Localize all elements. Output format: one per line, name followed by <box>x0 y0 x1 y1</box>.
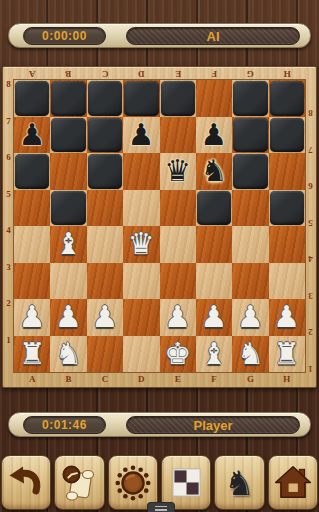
square-d1[interactable] <box>123 336 159 373</box>
square-b5[interactable] <box>50 190 86 227</box>
square-h4[interactable] <box>269 226 305 263</box>
square-c3[interactable] <box>87 263 123 300</box>
square-e5[interactable] <box>160 190 196 227</box>
square-c5[interactable] <box>87 190 123 227</box>
dark-overlay-block <box>270 191 304 226</box>
square-e1[interactable]: ♚ <box>160 336 196 373</box>
square-h2[interactable]: ♟ <box>269 299 305 336</box>
square-f3[interactable] <box>196 263 232 300</box>
coord-label: 4 <box>3 226 14 263</box>
coord-label: D <box>123 69 159 78</box>
ai-name-plate: AI <box>126 27 300 45</box>
square-a7[interactable]: ♟ <box>14 117 50 154</box>
square-d7[interactable]: ♟ <box>123 117 159 154</box>
dark-overlay-block <box>124 81 158 116</box>
white-pawn: ♟ <box>160 299 196 336</box>
dark-overlay-block <box>233 118 267 153</box>
white-pawn: ♟ <box>232 299 268 336</box>
square-d6[interactable] <box>123 153 159 190</box>
black-pawn: ♟ <box>123 117 159 154</box>
coord-label: 7 <box>305 117 316 154</box>
square-g8[interactable] <box>232 80 268 117</box>
square-f7[interactable]: ♟ <box>196 117 232 154</box>
coord-label: A <box>14 69 50 78</box>
square-e6[interactable]: ♛ <box>160 153 196 190</box>
coord-label: 2 <box>305 299 316 336</box>
square-d8[interactable] <box>123 80 159 117</box>
scroll-clock-icon <box>58 461 100 505</box>
square-e2[interactable]: ♟ <box>160 299 196 336</box>
ai-clock-value: 0:00:00 <box>42 29 87 43</box>
coord-label: G <box>232 375 268 384</box>
coord-label: 1 <box>305 336 316 373</box>
player-clock-value: 0:01:46 <box>42 418 87 432</box>
white-pawn: ♟ <box>87 299 123 336</box>
bottom-info-bar: 0:01:46 Player <box>8 412 311 437</box>
dark-overlay-block <box>88 81 122 116</box>
square-d3[interactable] <box>123 263 159 300</box>
move-history-button[interactable] <box>54 455 104 510</box>
white-rook: ♜ <box>14 336 50 373</box>
coord-label: E <box>160 69 196 78</box>
coord-label: 4 <box>305 226 316 263</box>
square-h5[interactable] <box>269 190 305 227</box>
square-c2[interactable]: ♟ <box>87 299 123 336</box>
square-d2[interactable] <box>123 299 159 336</box>
white-pawn: ♟ <box>269 299 305 336</box>
square-e3[interactable] <box>160 263 196 300</box>
square-a2[interactable]: ♟ <box>14 299 50 336</box>
white-queen: ♛ <box>123 226 159 263</box>
coord-label: 3 <box>305 263 316 300</box>
coord-label: F <box>196 375 232 384</box>
coord-label: A <box>14 375 50 384</box>
square-f2[interactable]: ♟ <box>196 299 232 336</box>
white-bishop: ♝ <box>196 336 232 373</box>
coord-label: 2 <box>3 299 14 336</box>
coord-label: E <box>160 375 196 384</box>
square-h7[interactable] <box>269 117 305 154</box>
dark-overlay-block <box>161 81 195 116</box>
chess-board: ABCDEFGH 87654321 ♟♟♟♛♞♝♛♟♟♟♟♟♟♟♜♞♚♝♞♜ 8… <box>2 66 317 388</box>
square-a8[interactable] <box>14 80 50 117</box>
home-icon <box>272 461 314 505</box>
wooden-wheel-icon <box>112 462 154 504</box>
checkerboard-icon <box>165 462 207 504</box>
rank-labels-left: 87654321 <box>3 80 14 372</box>
square-d5[interactable] <box>123 190 159 227</box>
toolbar-drag-handle[interactable] <box>147 502 175 512</box>
white-knight: ♞ <box>232 336 268 373</box>
square-f8[interactable] <box>196 80 232 117</box>
undo-arrow-icon <box>6 462 46 504</box>
home-button[interactable] <box>268 455 318 510</box>
square-g5[interactable] <box>232 190 268 227</box>
square-b4[interactable]: ♝ <box>50 226 86 263</box>
player-clock: 0:01:46 <box>23 416 106 434</box>
square-c7[interactable] <box>87 117 123 154</box>
white-king: ♚ <box>160 336 196 373</box>
square-b8[interactable] <box>50 80 86 117</box>
square-c1[interactable] <box>87 336 123 373</box>
coord-label: 7 <box>3 117 14 154</box>
coord-label: 6 <box>305 153 316 190</box>
square-b1[interactable]: ♞ <box>50 336 86 373</box>
white-bishop: ♝ <box>50 226 86 263</box>
coord-label: 6 <box>3 153 14 190</box>
undo-button[interactable] <box>1 455 51 510</box>
black-knight: ♞ <box>196 153 232 190</box>
square-b6[interactable] <box>50 153 86 190</box>
ai-name-label: AI <box>207 29 220 44</box>
black-queen: ♛ <box>160 153 196 190</box>
dark-overlay-block <box>197 191 231 226</box>
coord-label: B <box>50 375 86 384</box>
dark-overlay-block <box>51 81 85 116</box>
square-e7[interactable] <box>160 117 196 154</box>
board-grid: ♟♟♟♛♞♝♛♟♟♟♟♟♟♟♜♞♚♝♞♜ <box>14 80 305 372</box>
square-c6[interactable] <box>87 153 123 190</box>
square-h3[interactable] <box>269 263 305 300</box>
square-d4[interactable]: ♛ <box>123 226 159 263</box>
coord-label: 8 <box>305 80 316 117</box>
white-pawn: ♟ <box>14 299 50 336</box>
square-h6[interactable] <box>269 153 305 190</box>
coord-label: 3 <box>3 263 14 300</box>
piece-set-button[interactable]: ♞ <box>214 455 264 510</box>
coord-label: 1 <box>3 336 14 373</box>
square-b7[interactable] <box>50 117 86 154</box>
square-g2[interactable]: ♟ <box>232 299 268 336</box>
dark-overlay-block <box>15 81 49 116</box>
coord-label: F <box>196 69 232 78</box>
square-a6[interactable] <box>14 153 50 190</box>
file-labels-bottom: ABCDEFGH <box>14 372 305 387</box>
square-b2[interactable]: ♟ <box>50 299 86 336</box>
coord-label: D <box>123 375 159 384</box>
square-c4[interactable] <box>87 226 123 263</box>
square-e8[interactable] <box>160 80 196 117</box>
coord-label: 5 <box>305 190 316 227</box>
square-g7[interactable] <box>232 117 268 154</box>
square-a1[interactable]: ♜ <box>14 336 50 373</box>
square-a4[interactable] <box>14 226 50 263</box>
square-h8[interactable] <box>269 80 305 117</box>
dark-overlay-block <box>270 118 304 153</box>
square-g3[interactable] <box>232 263 268 300</box>
dark-overlay-block <box>233 154 267 189</box>
player-name-plate: Player <box>126 416 300 434</box>
square-g1[interactable]: ♞ <box>232 336 268 373</box>
square-f4[interactable] <box>196 226 232 263</box>
dark-overlay-block <box>233 81 267 116</box>
ai-clock: 0:00:00 <box>23 27 106 45</box>
top-info-bar: 0:00:00 AI <box>8 23 311 48</box>
white-rook: ♜ <box>269 336 305 373</box>
dark-overlay-block <box>51 191 85 226</box>
coord-label: G <box>232 69 268 78</box>
coord-label: C <box>87 69 123 78</box>
square-f5[interactable] <box>196 190 232 227</box>
square-c8[interactable] <box>87 80 123 117</box>
square-g4[interactable] <box>232 226 268 263</box>
white-pawn: ♟ <box>50 299 86 336</box>
coord-label: C <box>87 375 123 384</box>
player-name-label: Player <box>193 418 232 433</box>
coord-label: H <box>269 375 305 384</box>
rank-labels-right: 87654321 <box>305 80 316 372</box>
square-h1[interactable]: ♜ <box>269 336 305 373</box>
dark-overlay-block <box>15 154 49 189</box>
white-knight: ♞ <box>50 336 86 373</box>
square-g6[interactable] <box>232 153 268 190</box>
square-f6[interactable]: ♞ <box>196 153 232 190</box>
coord-label: H <box>269 69 305 78</box>
dark-overlay-block <box>270 81 304 116</box>
square-b3[interactable] <box>50 263 86 300</box>
square-f1[interactable]: ♝ <box>196 336 232 373</box>
dark-overlay-block <box>88 154 122 189</box>
dark-overlay-block <box>51 118 85 153</box>
square-e4[interactable] <box>160 226 196 263</box>
coord-label: 8 <box>3 80 14 117</box>
black-knight-icon: ♞ <box>224 466 254 500</box>
square-a3[interactable] <box>14 263 50 300</box>
white-pawn: ♟ <box>196 299 232 336</box>
coord-label: 5 <box>3 190 14 227</box>
black-pawn: ♟ <box>196 117 232 154</box>
coord-label: B <box>50 69 86 78</box>
file-labels-top: ABCDEFGH <box>14 67 305 80</box>
black-pawn: ♟ <box>14 117 50 154</box>
dark-overlay-block <box>88 118 122 153</box>
square-a5[interactable] <box>14 190 50 227</box>
